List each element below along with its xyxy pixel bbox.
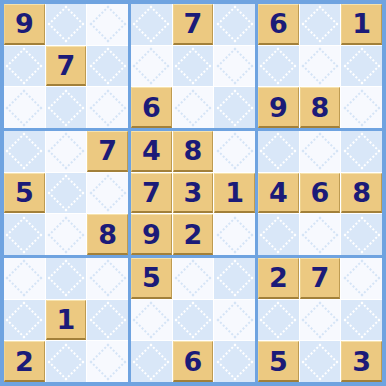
diamond-icon <box>302 343 339 380</box>
diamond-icon <box>133 6 170 43</box>
cell-r7c7: 2 <box>258 258 299 299</box>
cell-r5c1: 5 <box>4 173 45 214</box>
cell-r3c3[interactable] <box>87 87 128 128</box>
diamond-icon <box>48 343 85 380</box>
diamond-icon <box>48 133 85 170</box>
cell-r6c9[interactable] <box>341 214 382 255</box>
cell-r4c1[interactable] <box>4 131 45 172</box>
diamond-icon <box>6 260 43 297</box>
cell-r6c3: 8 <box>87 214 128 255</box>
cell-r1c5: 7 <box>173 4 214 45</box>
given-digit: 4 <box>142 137 161 164</box>
given-digit: 5 <box>15 179 34 206</box>
given-digit: 5 <box>269 348 288 375</box>
cell-r8c9[interactable] <box>341 300 382 341</box>
diamond-icon <box>216 302 253 339</box>
cell-r3c8: 8 <box>300 87 341 128</box>
diamond-icon <box>302 133 339 170</box>
cell-r2c5[interactable] <box>173 46 214 87</box>
cell-r7c2[interactable] <box>46 258 87 299</box>
diamond-icon <box>6 48 43 85</box>
given-digit: 1 <box>225 179 244 206</box>
diamond-icon <box>89 175 126 212</box>
cell-r2c8[interactable] <box>300 46 341 87</box>
cell-r1c4[interactable] <box>131 4 172 45</box>
cell-r6c7[interactable] <box>258 214 299 255</box>
cell-r4c5: 8 <box>173 131 214 172</box>
given-digit: 1 <box>352 10 371 37</box>
cell-r4c9[interactable] <box>341 131 382 172</box>
cell-r6c2[interactable] <box>46 214 87 255</box>
cell-r5c7: 4 <box>258 173 299 214</box>
given-digit: 6 <box>269 10 288 37</box>
cell-r4c6[interactable] <box>214 131 255 172</box>
cell-r9c5: 6 <box>173 341 214 382</box>
cell-r5c9: 8 <box>341 173 382 214</box>
cell-r5c2[interactable] <box>46 173 87 214</box>
box-r1c2: 76 <box>131 4 255 128</box>
cell-r3c5[interactable] <box>173 87 214 128</box>
cell-r9c2[interactable] <box>46 341 87 382</box>
diamond-icon <box>343 89 380 126</box>
diamond-icon <box>302 216 339 253</box>
cell-r4c2[interactable] <box>46 131 87 172</box>
cell-r8c1[interactable] <box>4 300 45 341</box>
diamond-icon <box>260 48 297 85</box>
diamond-icon <box>343 260 380 297</box>
box-r2c2: 4873192 <box>131 131 255 255</box>
diamond-icon <box>6 133 43 170</box>
cell-r3c2[interactable] <box>46 87 87 128</box>
given-digit: 9 <box>269 94 288 121</box>
cell-r2c7[interactable] <box>258 46 299 87</box>
diamond-icon <box>302 302 339 339</box>
diamond-icon <box>175 48 212 85</box>
cell-r1c1: 9 <box>4 4 45 45</box>
diamond-icon <box>216 343 253 380</box>
cell-r2c4[interactable] <box>131 46 172 87</box>
cell-r4c7[interactable] <box>258 131 299 172</box>
given-digit: 7 <box>311 264 330 291</box>
diamond-icon <box>175 302 212 339</box>
cell-r8c5[interactable] <box>173 300 214 341</box>
cell-r6c1[interactable] <box>4 214 45 255</box>
diamond-icon <box>343 302 380 339</box>
cell-r6c4: 9 <box>131 214 172 255</box>
cell-r2c6[interactable] <box>214 46 255 87</box>
cell-r8c8[interactable] <box>300 300 341 341</box>
given-digit: 7 <box>57 52 76 79</box>
cell-r3c4: 6 <box>131 87 172 128</box>
diamond-icon <box>6 89 43 126</box>
diamond-icon <box>302 48 339 85</box>
diamond-icon <box>48 175 85 212</box>
cell-r3c1[interactable] <box>4 87 45 128</box>
cell-r1c9: 1 <box>341 4 382 45</box>
diamond-icon <box>343 48 380 85</box>
cell-r8c3[interactable] <box>87 300 128 341</box>
cell-r2c1[interactable] <box>4 46 45 87</box>
box-r1c3: 6198 <box>258 4 382 128</box>
given-digit: 3 <box>352 348 371 375</box>
given-digit: 8 <box>184 137 203 164</box>
cell-r1c8[interactable] <box>300 4 341 45</box>
cell-r2c2: 7 <box>46 46 87 87</box>
cell-r7c3[interactable] <box>87 258 128 299</box>
cell-r7c6[interactable] <box>214 258 255 299</box>
given-digit: 7 <box>98 137 117 164</box>
cell-r9c7: 5 <box>258 341 299 382</box>
cell-r6c8[interactable] <box>300 214 341 255</box>
diamond-icon <box>216 133 253 170</box>
cell-r7c5[interactable] <box>173 258 214 299</box>
cell-r6c5: 2 <box>173 214 214 255</box>
given-digit: 8 <box>352 179 371 206</box>
cell-r4c3: 7 <box>87 131 128 172</box>
cell-r1c6[interactable] <box>214 4 255 45</box>
cell-r8c7[interactable] <box>258 300 299 341</box>
diamond-icon <box>216 48 253 85</box>
cell-r9c9: 3 <box>341 341 382 382</box>
diamond-icon <box>6 216 43 253</box>
cell-r2c9[interactable] <box>341 46 382 87</box>
given-digit: 6 <box>142 94 161 121</box>
diamond-icon <box>216 216 253 253</box>
diamond-icon <box>89 48 126 85</box>
given-digit: 4 <box>269 179 288 206</box>
given-digit: 7 <box>142 179 161 206</box>
diamond-icon <box>133 343 170 380</box>
cell-r8c6[interactable] <box>214 300 255 341</box>
diamond-icon <box>89 260 126 297</box>
cell-r5c4: 7 <box>131 173 172 214</box>
box-r2c3: 468 <box>258 131 382 255</box>
cell-r7c4: 5 <box>131 258 172 299</box>
cell-r3c9[interactable] <box>341 87 382 128</box>
diamond-icon <box>302 6 339 43</box>
given-digit: 8 <box>311 94 330 121</box>
diamond-icon <box>48 260 85 297</box>
cell-r5c8: 6 <box>300 173 341 214</box>
cell-r1c3[interactable] <box>87 4 128 45</box>
given-digit: 5 <box>142 264 161 291</box>
cell-r8c4[interactable] <box>131 300 172 341</box>
cell-r9c1: 2 <box>4 341 45 382</box>
diamond-icon <box>133 48 170 85</box>
diamond-icon <box>216 6 253 43</box>
box-r1c1: 97 <box>4 4 128 128</box>
cell-r9c4[interactable] <box>131 341 172 382</box>
diamond-icon <box>260 133 297 170</box>
cell-r6c6[interactable] <box>214 214 255 255</box>
cell-r9c3[interactable] <box>87 341 128 382</box>
given-digit: 3 <box>184 179 203 206</box>
diamond-icon <box>48 216 85 253</box>
diamond-icon <box>133 302 170 339</box>
diamond-icon <box>48 6 85 43</box>
cell-r5c6: 1 <box>214 173 255 214</box>
cell-r1c7: 6 <box>258 4 299 45</box>
cell-r4c8[interactable] <box>300 131 341 172</box>
cell-r7c8: 7 <box>300 258 341 299</box>
diamond-icon <box>89 343 126 380</box>
cell-r9c6[interactable] <box>214 341 255 382</box>
diamond-icon <box>89 89 126 126</box>
diamond-icon <box>216 260 253 297</box>
cell-r8c2: 1 <box>46 300 87 341</box>
given-digit: 8 <box>98 221 117 248</box>
sudoku-board: 97766198758487319246812562753 <box>0 0 386 386</box>
given-digit: 6 <box>184 348 203 375</box>
cell-r5c5: 3 <box>173 173 214 214</box>
cell-r5c3[interactable] <box>87 173 128 214</box>
box-r3c3: 2753 <box>258 258 382 382</box>
given-digit: 9 <box>15 10 34 37</box>
diamond-icon <box>175 260 212 297</box>
diamond-icon <box>89 302 126 339</box>
diamond-icon <box>260 302 297 339</box>
cell-r7c1[interactable] <box>4 258 45 299</box>
box-r3c1: 12 <box>4 258 128 382</box>
cell-r3c6[interactable] <box>214 87 255 128</box>
diamond-icon <box>260 216 297 253</box>
cell-r3c7: 9 <box>258 87 299 128</box>
box-r3c2: 56 <box>131 258 255 382</box>
diamond-icon <box>6 302 43 339</box>
box-r2c1: 758 <box>4 131 128 255</box>
given-digit: 9 <box>142 221 161 248</box>
given-digit: 1 <box>57 306 76 333</box>
cell-r4c4: 4 <box>131 131 172 172</box>
given-digit: 2 <box>15 348 34 375</box>
given-digit: 2 <box>184 221 203 248</box>
diamond-icon <box>175 89 212 126</box>
diamond-icon <box>343 216 380 253</box>
given-digit: 6 <box>311 179 330 206</box>
cell-r7c9[interactable] <box>341 258 382 299</box>
diamond-icon <box>48 89 85 126</box>
cell-r1c2[interactable] <box>46 4 87 45</box>
cell-r9c8[interactable] <box>300 341 341 382</box>
given-digit: 2 <box>269 264 288 291</box>
cell-r2c3[interactable] <box>87 46 128 87</box>
diamond-icon <box>89 6 126 43</box>
diamond-icon <box>216 89 253 126</box>
diamond-icon <box>343 133 380 170</box>
given-digit: 7 <box>184 10 203 37</box>
